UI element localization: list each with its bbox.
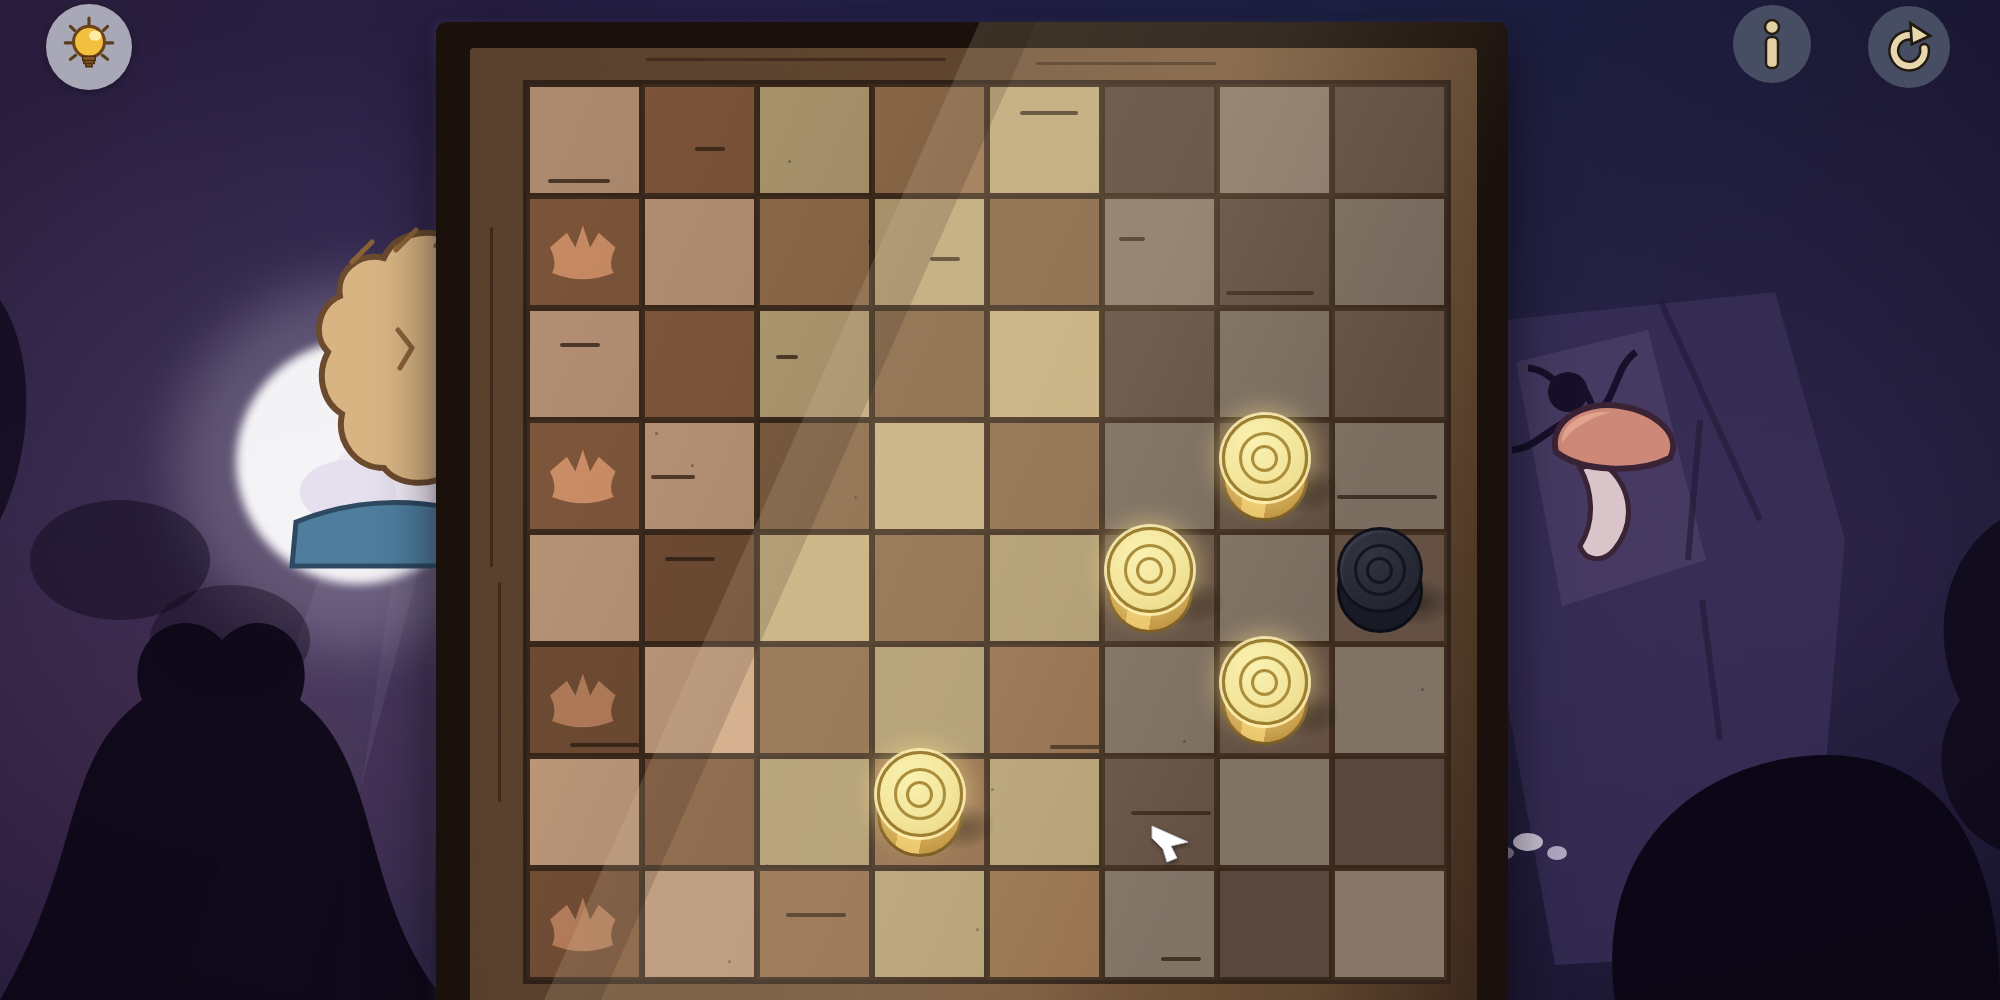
- board-square[interactable]: [1102, 644, 1217, 756]
- dirt-speck: [854, 496, 857, 499]
- scratch-mark: [548, 179, 610, 183]
- board-square[interactable]: [987, 84, 1102, 196]
- board-square[interactable]: [1217, 84, 1332, 196]
- crown-target-icon: [545, 668, 619, 730]
- restart-arrow-icon: [1881, 19, 1937, 75]
- board-square[interactable]: [1332, 308, 1447, 420]
- dirt-speck: [941, 25, 944, 28]
- board-square[interactable]: [987, 868, 1102, 980]
- board-square[interactable]: [757, 84, 872, 196]
- bezel-groove: [490, 227, 493, 567]
- scratch-mark: [665, 557, 715, 561]
- scratch-mark: [695, 147, 725, 151]
- board-square[interactable]: [527, 420, 642, 532]
- piece-top-face: [1222, 415, 1308, 501]
- black-checker[interactable]: [1337, 527, 1423, 635]
- board-square[interactable]: [987, 644, 1102, 756]
- scratch-mark: [930, 257, 960, 261]
- board-square[interactable]: [1332, 84, 1447, 196]
- board-square[interactable]: [642, 308, 757, 420]
- dirt-speck: [1183, 740, 1186, 743]
- bezel-groove: [498, 582, 501, 802]
- board-square[interactable]: [527, 196, 642, 308]
- piece-ring: [1354, 544, 1406, 596]
- piece-ring: [1366, 557, 1393, 584]
- piece-top-face: [1222, 639, 1308, 725]
- board-square[interactable]: [1217, 532, 1332, 644]
- piece-ring: [1251, 669, 1278, 696]
- board-square[interactable]: [1102, 196, 1217, 308]
- piece-ring: [1239, 656, 1291, 708]
- board-square[interactable]: [527, 868, 642, 980]
- piece-ring: [1136, 557, 1163, 584]
- dirt-speck: [991, 788, 994, 791]
- board-square[interactable]: [527, 756, 642, 868]
- dirt-speck: [655, 432, 658, 435]
- board-square[interactable]: [642, 756, 757, 868]
- board-square[interactable]: [1332, 756, 1447, 868]
- board-square[interactable]: [642, 532, 757, 644]
- dirt-speck: [1421, 688, 1424, 691]
- board-square[interactable]: [757, 532, 872, 644]
- info-button[interactable]: [1733, 5, 1811, 83]
- dirt-speck: [788, 160, 791, 163]
- board-square[interactable]: [757, 756, 872, 868]
- piece-top-face: [1107, 527, 1193, 613]
- board-square[interactable]: [872, 644, 987, 756]
- dirt-speck: [766, 864, 769, 867]
- board-square[interactable]: [872, 532, 987, 644]
- board-square[interactable]: [987, 308, 1102, 420]
- board-square[interactable]: [1332, 196, 1447, 308]
- board-square[interactable]: [527, 532, 642, 644]
- board-square[interactable]: [872, 868, 987, 980]
- piece-top-face: [1337, 527, 1423, 613]
- yellow-checker[interactable]: [1107, 527, 1193, 635]
- board-square[interactable]: [642, 644, 757, 756]
- board-square[interactable]: [642, 868, 757, 980]
- board-square[interactable]: [757, 420, 872, 532]
- board-square[interactable]: [527, 644, 642, 756]
- board-square[interactable]: [642, 196, 757, 308]
- lightbulb-icon: [58, 16, 120, 78]
- scratch-mark: [1131, 811, 1211, 815]
- board-square[interactable]: [1217, 868, 1332, 980]
- board-square[interactable]: [1102, 420, 1217, 532]
- scratch-mark: [1020, 111, 1078, 115]
- piece-ring: [894, 768, 946, 820]
- board-square[interactable]: [1217, 196, 1332, 308]
- board-square[interactable]: [1332, 644, 1447, 756]
- checkers-board: [436, 22, 1508, 1000]
- yellow-checker[interactable]: [1222, 639, 1308, 747]
- yellow-checker[interactable]: [877, 751, 963, 859]
- board-square[interactable]: [987, 196, 1102, 308]
- board-square[interactable]: [642, 84, 757, 196]
- board-square[interactable]: [872, 308, 987, 420]
- board-square[interactable]: [1102, 84, 1217, 196]
- board-square[interactable]: [642, 420, 757, 532]
- scratch-mark: [1161, 957, 1201, 961]
- scratch-mark: [786, 913, 846, 917]
- board-square[interactable]: [1102, 868, 1217, 980]
- scratch-mark: [570, 743, 640, 747]
- game-screen: [0, 0, 2000, 1000]
- crown-target-icon: [545, 444, 619, 506]
- board-square[interactable]: [872, 196, 987, 308]
- board-square[interactable]: [872, 84, 987, 196]
- restart-button[interactable]: [1868, 6, 1950, 88]
- board-square[interactable]: [527, 84, 642, 196]
- board-square[interactable]: [757, 196, 872, 308]
- piece-top-face: [877, 751, 963, 837]
- bezel-groove: [1036, 62, 1216, 65]
- scratch-mark: [1337, 495, 1437, 499]
- bezel-groove: [646, 58, 946, 61]
- board-square[interactable]: [1102, 308, 1217, 420]
- board-square[interactable]: [1102, 756, 1217, 868]
- hint-button[interactable]: [46, 4, 132, 90]
- piece-ring: [1251, 445, 1278, 472]
- dirt-speck: [868, 240, 871, 243]
- dirt-speck: [691, 464, 694, 467]
- board-square[interactable]: [1217, 308, 1332, 420]
- scratch-mark: [560, 343, 600, 347]
- board-square[interactable]: [872, 420, 987, 532]
- board-square[interactable]: [527, 308, 642, 420]
- board-square[interactable]: [757, 308, 872, 420]
- scratch-mark: [776, 355, 798, 359]
- scratch-mark: [651, 475, 695, 479]
- info-icon: [1750, 18, 1794, 70]
- scratch-mark: [1050, 745, 1102, 749]
- piece-ring: [906, 781, 933, 808]
- board-square[interactable]: [1332, 420, 1447, 532]
- board-square[interactable]: [757, 868, 872, 980]
- dirt-speck: [671, 32, 674, 35]
- piece-ring: [1239, 432, 1291, 484]
- board-square[interactable]: [1332, 868, 1447, 980]
- dirt-speck: [976, 928, 979, 931]
- board-square[interactable]: [1217, 756, 1332, 868]
- crown-target-icon: [545, 892, 619, 954]
- scratch-mark: [1226, 291, 1314, 295]
- crown-target-icon: [545, 220, 619, 282]
- board-square[interactable]: [987, 420, 1102, 532]
- dirt-speck: [728, 960, 731, 963]
- yellow-checker[interactable]: [1222, 415, 1308, 523]
- scratch-mark: [1119, 237, 1145, 241]
- board-square[interactable]: [987, 532, 1102, 644]
- piece-ring: [1124, 544, 1176, 596]
- board-square[interactable]: [987, 756, 1102, 868]
- board-square[interactable]: [757, 644, 872, 756]
